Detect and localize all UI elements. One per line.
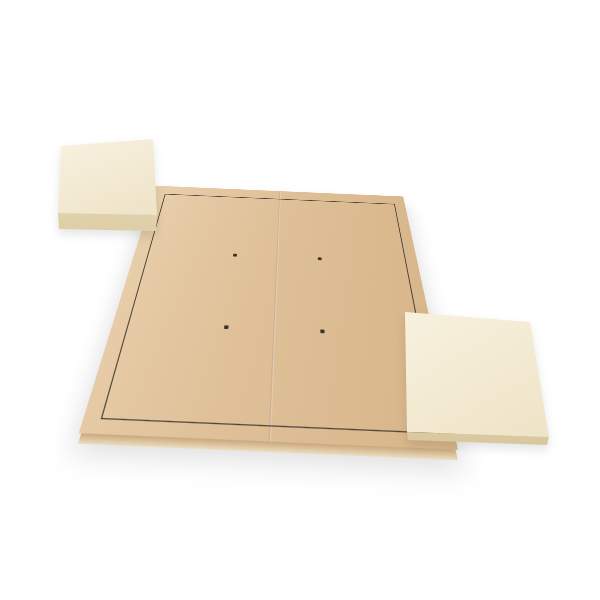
hoshi-dot xyxy=(233,253,237,256)
hoshi-dot xyxy=(321,330,325,334)
piece-box-closed xyxy=(50,130,165,242)
shogi-board xyxy=(119,134,432,447)
piece-box-lid-top xyxy=(396,302,558,450)
hoshi-dot xyxy=(224,326,229,330)
product-photo xyxy=(0,0,600,600)
piece-box-lid xyxy=(396,302,558,450)
hoshi-dot xyxy=(318,257,322,260)
